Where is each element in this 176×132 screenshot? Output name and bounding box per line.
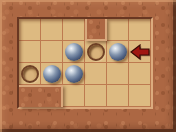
wall-block: [19, 85, 63, 107]
arrow-left-piece[interactable]: [130, 44, 151, 61]
hole-target: [21, 65, 39, 83]
marble-piece[interactable]: [43, 65, 61, 83]
marble-piece[interactable]: [109, 43, 127, 61]
marble-piece[interactable]: [65, 65, 83, 83]
wall-block: [85, 19, 107, 41]
puzzle-window-wooden-frame: [0, 0, 176, 132]
hole-target: [87, 43, 105, 61]
marble-piece[interactable]: [65, 43, 83, 61]
board-field: [17, 17, 153, 109]
